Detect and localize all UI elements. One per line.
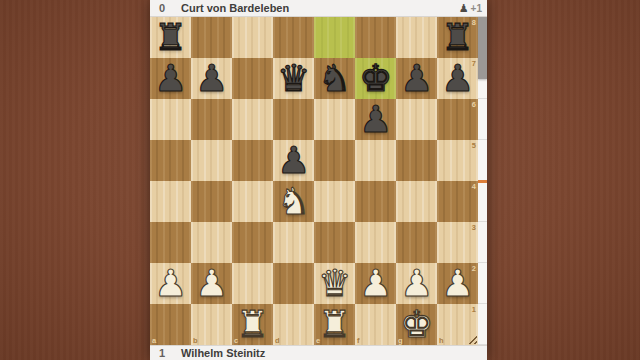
square-f1[interactable]: f <box>355 304 396 345</box>
square-h8[interactable]: ♜8 <box>437 17 478 58</box>
square-c3[interactable] <box>232 222 273 263</box>
square-g4[interactable] <box>396 181 437 222</box>
square-g8[interactable] <box>396 17 437 58</box>
square-a7[interactable]: ♟ <box>150 58 191 99</box>
rank-label-8: 8 <box>472 19 476 27</box>
player-bar-black: 0 Curt von Bardeleben ♟ +1 <box>150 0 487 17</box>
square-c2[interactable] <box>232 263 273 304</box>
material-advantage: ♟ +1 <box>459 3 482 14</box>
black-pawn-g7: ♟ <box>396 58 437 99</box>
square-f5[interactable] <box>355 140 396 181</box>
square-b2[interactable]: ♟ <box>191 263 232 304</box>
black-pawn-a7: ♟ <box>150 58 191 99</box>
rank-label-5: 5 <box>472 142 476 150</box>
square-d6[interactable] <box>273 99 314 140</box>
square-e3[interactable] <box>314 222 355 263</box>
rank-label-6: 6 <box>472 101 476 109</box>
square-e4[interactable] <box>314 181 355 222</box>
chess-game-widget: 0 Curt von Bardeleben ♟ +1 ♜♜8♟♟♛♞♚♟♟7♟6… <box>150 0 487 360</box>
square-g3[interactable] <box>396 222 437 263</box>
file-label-h: h <box>439 337 444 345</box>
square-c7[interactable] <box>232 58 273 99</box>
rank-label-1: 1 <box>472 306 476 314</box>
file-label-g: g <box>398 337 403 345</box>
black-pawn-d5: ♟ <box>273 140 314 181</box>
captured-pawn-icon: ♟ <box>459 3 469 14</box>
square-a5[interactable] <box>150 140 191 181</box>
eval-bar <box>478 17 487 345</box>
eval-midpoint-marker <box>478 180 487 183</box>
square-c1[interactable]: ♜c <box>232 304 273 345</box>
square-b7[interactable]: ♟ <box>191 58 232 99</box>
black-score: 0 <box>159 2 173 14</box>
square-g6[interactable] <box>396 99 437 140</box>
square-d2[interactable] <box>273 263 314 304</box>
square-a3[interactable] <box>150 222 191 263</box>
file-label-a: a <box>152 337 156 345</box>
black-pawn-f6: ♟ <box>355 99 396 140</box>
square-a6[interactable] <box>150 99 191 140</box>
square-d1[interactable]: d <box>273 304 314 345</box>
square-b4[interactable] <box>191 181 232 222</box>
white-pawn-a2: ♟ <box>150 263 191 304</box>
file-label-f: f <box>357 337 360 345</box>
square-h1[interactable]: 1h <box>437 304 478 345</box>
rank-label-4: 4 <box>472 183 476 191</box>
square-d4[interactable]: ♞ <box>273 181 314 222</box>
square-a1[interactable]: a <box>150 304 191 345</box>
white-pawn-g2: ♟ <box>396 263 437 304</box>
square-e2[interactable]: ♛ <box>314 263 355 304</box>
square-d7[interactable]: ♛ <box>273 58 314 99</box>
square-e1[interactable]: ♜e <box>314 304 355 345</box>
white-score: 1 <box>159 347 173 359</box>
rank-label-7: 7 <box>472 60 476 68</box>
square-c4[interactable] <box>232 181 273 222</box>
white-player-name: Wilhelm Steinitz <box>181 347 265 359</box>
file-label-c: c <box>234 337 238 345</box>
square-f3[interactable] <box>355 222 396 263</box>
square-a8[interactable]: ♜ <box>150 17 191 58</box>
square-c8[interactable] <box>232 17 273 58</box>
file-label-b: b <box>193 337 198 345</box>
square-a2[interactable]: ♟ <box>150 263 191 304</box>
black-rook-a8: ♜ <box>150 17 191 58</box>
white-knight-d4: ♞ <box>273 181 314 222</box>
square-d3[interactable] <box>273 222 314 263</box>
square-b6[interactable] <box>191 99 232 140</box>
square-g2[interactable]: ♟ <box>396 263 437 304</box>
square-h3[interactable]: 3 <box>437 222 478 263</box>
black-queen-d7: ♛ <box>273 58 314 99</box>
white-queen-e2: ♛ <box>314 263 355 304</box>
rank-label-2: 2 <box>472 265 476 273</box>
file-label-d: d <box>275 337 280 345</box>
eval-bar-black-share <box>478 17 487 79</box>
square-h6[interactable]: 6 <box>437 99 478 140</box>
square-f4[interactable] <box>355 181 396 222</box>
square-b1[interactable]: b <box>191 304 232 345</box>
square-e5[interactable] <box>314 140 355 181</box>
square-h5[interactable]: 5 <box>437 140 478 181</box>
square-e7[interactable]: ♞ <box>314 58 355 99</box>
board-resize-handle[interactable] <box>468 335 477 344</box>
rank-label-3: 3 <box>472 224 476 232</box>
square-b8[interactable] <box>191 17 232 58</box>
white-pawn-f2: ♟ <box>355 263 396 304</box>
square-b3[interactable] <box>191 222 232 263</box>
square-g1[interactable]: ♚g <box>396 304 437 345</box>
black-king-f7: ♚ <box>355 58 396 99</box>
player-bar-white: 1 Wilhelm Steinitz <box>150 345 487 360</box>
square-c6[interactable] <box>232 99 273 140</box>
wood-background: 0 Curt von Bardeleben ♟ +1 ♜♜8♟♟♛♞♚♟♟7♟6… <box>0 0 640 360</box>
black-knight-e7: ♞ <box>314 58 355 99</box>
square-f8[interactable] <box>355 17 396 58</box>
file-label-e: e <box>316 337 320 345</box>
chess-board[interactable]: ♜♜8♟♟♛♞♚♟♟7♟6♟5♞43♟♟♛♟♟♟2ab♜cd♜ef♚g1h <box>150 17 478 345</box>
square-f7[interactable]: ♚ <box>355 58 396 99</box>
square-h2[interactable]: ♟2 <box>437 263 478 304</box>
square-a4[interactable] <box>150 181 191 222</box>
square-b5[interactable] <box>191 140 232 181</box>
square-c5[interactable] <box>232 140 273 181</box>
black-player-name: Curt von Bardeleben <box>181 2 289 14</box>
black-pawn-b7: ♟ <box>191 58 232 99</box>
square-h4[interactable]: 4 <box>437 181 478 222</box>
square-g5[interactable] <box>396 140 437 181</box>
square-d5[interactable]: ♟ <box>273 140 314 181</box>
square-h7[interactable]: ♟7 <box>437 58 478 99</box>
square-f2[interactable]: ♟ <box>355 263 396 304</box>
square-g7[interactable]: ♟ <box>396 58 437 99</box>
square-e6[interactable] <box>314 99 355 140</box>
white-pawn-b2: ♟ <box>191 263 232 304</box>
board-area: ♜♜8♟♟♛♞♚♟♟7♟6♟5♞43♟♟♛♟♟♟2ab♜cd♜ef♚g1h <box>150 17 487 345</box>
square-f6[interactable]: ♟ <box>355 99 396 140</box>
square-e8[interactable] <box>314 17 355 58</box>
material-count: +1 <box>471 3 482 14</box>
square-d8[interactable] <box>273 17 314 58</box>
